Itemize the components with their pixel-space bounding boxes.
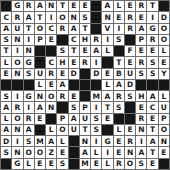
letter-cell-r9c7[interactable]: E xyxy=(69,91,79,101)
letter-cell-r8c6[interactable]: A xyxy=(57,80,67,90)
letter-cell-r12c5[interactable]: L xyxy=(46,125,56,135)
letter-cell-r2c12[interactable]: R xyxy=(125,12,135,22)
letter-cell-r15c9[interactable]: E xyxy=(91,159,101,169)
letter-cell-r5c13[interactable]: E xyxy=(136,46,146,56)
letter-cell-r15c12[interactable]: O xyxy=(125,159,135,169)
letter-cell-r12c1[interactable]: A xyxy=(1,125,11,135)
letter-cell-r3c11[interactable]: I xyxy=(114,24,124,34)
black-cell-r5c5 xyxy=(46,46,56,56)
letter-cell-r3c4[interactable]: O xyxy=(35,24,45,34)
letter-cell-r15c13[interactable]: S xyxy=(136,159,146,169)
letter-cell-r15c4[interactable]: E xyxy=(35,159,45,169)
letter-cell-r11c10[interactable]: E xyxy=(102,114,112,124)
black-cell-r12c10 xyxy=(102,125,112,135)
letter-cell-r10c1[interactable]: A xyxy=(1,102,11,112)
letter-cell-r14c15[interactable]: E xyxy=(159,147,169,157)
letter-cell-r5c7[interactable]: T xyxy=(69,46,79,56)
black-cell-r7c8 xyxy=(80,69,90,79)
letter-cell-r10c13[interactable]: E xyxy=(136,102,146,112)
letter-cell-r2c13[interactable]: E xyxy=(136,12,146,22)
letter-cell-r15c3[interactable]: L xyxy=(24,159,34,169)
letter-cell-r8c11[interactable]: A xyxy=(114,80,124,90)
letter-cell-r4c11[interactable]: S xyxy=(114,35,124,45)
black-cell-r11c12 xyxy=(125,114,135,124)
black-cell-r5c11 xyxy=(114,46,124,56)
letter-cell-r13c6[interactable]: L xyxy=(57,136,67,146)
letter-cell-r13c9[interactable]: I xyxy=(91,136,101,146)
letter-cell-r3c10[interactable]: V xyxy=(102,24,112,34)
black-cell-r4c6 xyxy=(57,35,67,45)
letter-cell-r11c7[interactable]: A xyxy=(69,114,79,124)
letter-cell-r10c8[interactable]: P xyxy=(80,102,90,112)
black-cell-r12c4 xyxy=(35,125,45,135)
letter-cell-r1c14[interactable]: T xyxy=(147,1,157,11)
letter-cell-r9c13[interactable]: H xyxy=(136,91,146,101)
letter-cell-r11c1[interactable]: L xyxy=(1,114,11,124)
letter-cell-r6c1[interactable]: L xyxy=(1,57,11,67)
letter-cell-r7c5[interactable]: R xyxy=(46,69,56,79)
letter-cell-r14c12[interactable]: N xyxy=(125,147,135,157)
black-cell-r6c4 xyxy=(35,57,45,67)
black-cell-r5c4 xyxy=(35,46,45,56)
letter-cell-r12c11[interactable]: L xyxy=(114,125,124,135)
letter-cell-r2c15[interactable]: D xyxy=(159,12,169,22)
letter-cell-r12c2[interactable]: N xyxy=(12,125,22,135)
letter-cell-r8c12[interactable]: D xyxy=(125,80,135,90)
letter-cell-r11c15[interactable]: P xyxy=(159,114,169,124)
letter-cell-r7c12[interactable]: U xyxy=(125,69,135,79)
letter-cell-r14c9[interactable]: L xyxy=(91,147,101,157)
letter-cell-r10c3[interactable]: I xyxy=(24,102,34,112)
letter-cell-r14c10[interactable]: I xyxy=(102,147,112,157)
black-cell-r8c7 xyxy=(69,80,79,90)
letter-cell-r14c5[interactable]: Z xyxy=(46,147,56,157)
letter-cell-r12c13[interactable]: N xyxy=(136,125,146,135)
letter-cell-r3c2[interactable]: U xyxy=(12,24,22,34)
letter-cell-r1c4[interactable]: A xyxy=(35,1,45,11)
black-cell-r13c7 xyxy=(69,136,79,146)
black-cell-r1c1 xyxy=(1,1,11,11)
letter-cell-r13c14[interactable]: A xyxy=(147,136,157,146)
letter-cell-r5c12[interactable]: F xyxy=(125,46,135,56)
letter-cell-r14c11[interactable]: E xyxy=(114,147,124,157)
letter-cell-r14c14[interactable]: T xyxy=(147,147,157,157)
letter-cell-r2c5[interactable]: I xyxy=(46,12,56,22)
letter-cell-r1c2[interactable]: G xyxy=(12,1,22,11)
letter-cell-r12c8[interactable]: T xyxy=(80,125,90,135)
letter-cell-r14c2[interactable]: N xyxy=(12,147,22,157)
letter-cell-r11c3[interactable]: R xyxy=(24,114,34,124)
letter-cell-r3c1[interactable]: A xyxy=(1,24,11,34)
letter-cell-r5c2[interactable]: I xyxy=(12,46,22,56)
letter-cell-r1c7[interactable]: E xyxy=(69,1,79,11)
letter-cell-r5c6[interactable]: S xyxy=(57,46,67,56)
letter-cell-r10c14[interactable]: C xyxy=(147,102,157,112)
letter-cell-r11c8[interactable]: U xyxy=(80,114,90,124)
crossword-board: GRANTEEALERTCRATIONSNEREIDAUTOCRATVIRAGO… xyxy=(0,0,170,170)
letter-cell-r4c3[interactable]: I xyxy=(24,35,34,45)
letter-cell-r13c3[interactable]: S xyxy=(24,136,34,146)
letter-cell-r4c5[interactable]: E xyxy=(46,35,56,45)
letter-cell-r14c6[interactable]: E xyxy=(57,147,67,157)
letter-cell-r13c1[interactable]: D xyxy=(1,136,11,146)
letter-cell-r10c5[interactable]: N xyxy=(46,102,56,112)
letter-cell-r2c6[interactable]: O xyxy=(57,12,67,22)
letter-cell-r2c2[interactable]: R xyxy=(12,12,22,22)
letter-cell-r6c11[interactable]: T xyxy=(114,57,124,67)
letter-cell-r15c5[interactable]: E xyxy=(46,159,56,169)
letter-cell-r13c11[interactable]: E xyxy=(114,136,124,146)
black-cell-r8c3 xyxy=(24,80,34,90)
black-cell-r8c14 xyxy=(147,80,157,90)
letter-cell-r3c8[interactable]: T xyxy=(80,24,90,34)
black-cell-r15c7 xyxy=(69,159,79,169)
letter-cell-r15c14[interactable]: E xyxy=(147,159,157,169)
letter-cell-r10c2[interactable]: R xyxy=(12,102,22,112)
black-cell-r15c1 xyxy=(1,159,11,169)
letter-cell-r2c8[interactable]: S xyxy=(80,12,90,22)
black-cell-r14c7 xyxy=(69,147,79,157)
letter-cell-r7c2[interactable]: N xyxy=(12,69,22,79)
letter-cell-r13c10[interactable]: G xyxy=(102,136,112,146)
letter-cell-r12c12[interactable]: E xyxy=(125,125,135,135)
letter-cell-r13c5[interactable]: A xyxy=(46,136,56,146)
black-cell-r8c9 xyxy=(91,80,101,90)
letter-cell-r4c2[interactable]: N xyxy=(12,35,22,45)
black-cell-r4c12 xyxy=(125,35,135,45)
letter-cell-r6c3[interactable]: G xyxy=(24,57,34,67)
letter-cell-r8c4[interactable]: L xyxy=(35,80,45,90)
letter-cell-r2c14[interactable]: I xyxy=(147,12,157,22)
black-cell-r10c6 xyxy=(57,102,67,112)
letter-cell-r7c4[interactable]: U xyxy=(35,69,45,79)
letter-cell-r13c12[interactable]: R xyxy=(125,136,135,146)
letter-cell-r10c9[interactable]: I xyxy=(91,102,101,112)
letter-cell-r2c7[interactable]: N xyxy=(69,12,79,22)
black-cell-r11c11 xyxy=(114,114,124,124)
letter-cell-r9c11[interactable]: R xyxy=(114,91,124,101)
letter-cell-r12c3[interactable]: A xyxy=(24,125,34,135)
black-cell-r6c10 xyxy=(102,57,112,67)
letter-cell-r13c8[interactable]: N xyxy=(80,136,90,146)
letter-cell-r7c15[interactable]: Y xyxy=(159,69,169,79)
letter-cell-r6c2[interactable]: O xyxy=(12,57,22,67)
black-cell-r8c15 xyxy=(159,80,169,90)
letter-cell-r5c15[interactable]: L xyxy=(159,46,169,56)
letter-cell-r6c7[interactable]: E xyxy=(69,57,79,67)
letter-cell-r3c12[interactable]: R xyxy=(125,24,135,34)
letter-cell-r12c6[interactable]: O xyxy=(57,125,67,135)
letter-cell-r9c9[interactable]: M xyxy=(91,91,101,101)
letter-cell-r3c5[interactable]: C xyxy=(46,24,56,34)
letter-cell-r13c15[interactable]: N xyxy=(159,136,169,146)
letter-cell-r9c14[interactable]: A xyxy=(147,91,157,101)
letter-cell-r5c3[interactable]: N xyxy=(24,46,34,56)
black-cell-r1c15 xyxy=(159,1,169,11)
letter-cell-r6c13[interactable]: R xyxy=(136,57,146,67)
letter-cell-r9c15[interactable]: L xyxy=(159,91,169,101)
black-cell-r8c8 xyxy=(80,80,90,90)
letter-cell-r15c2[interactable]: G xyxy=(12,159,22,169)
letter-cell-r14c1[interactable]: S xyxy=(1,147,11,157)
letter-cell-r11c13[interactable]: R xyxy=(136,114,146,124)
letter-cell-r2c4[interactable]: T xyxy=(35,12,45,22)
letter-cell-r6c15[interactable]: E xyxy=(159,57,169,67)
letter-cell-r12c15[interactable]: O xyxy=(159,125,169,135)
letter-cell-r13c4[interactable]: M xyxy=(35,136,45,146)
letter-cell-r9c1[interactable]: S xyxy=(1,91,11,101)
letter-cell-r10c11[interactable]: S xyxy=(114,102,124,112)
letter-cell-r15c8[interactable]: M xyxy=(80,159,90,169)
black-cell-r3c9 xyxy=(91,24,101,34)
letter-cell-r12c9[interactable]: S xyxy=(91,125,101,135)
letter-cell-r10c15[interactable]: U xyxy=(159,102,169,112)
black-cell-r2c9 xyxy=(91,12,101,22)
letter-cell-r1c8[interactable]: E xyxy=(80,1,90,11)
letter-cell-r1c10[interactable]: A xyxy=(102,1,112,11)
letter-cell-r7c9[interactable]: D xyxy=(91,69,101,79)
letter-cell-r6c8[interactable]: R xyxy=(80,57,90,67)
letter-cell-r14c13[interactable]: A xyxy=(136,147,146,157)
letter-cell-r13c2[interactable]: I xyxy=(12,136,22,146)
letter-cell-r9c3[interactable]: G xyxy=(24,91,34,101)
letter-cell-r9c5[interactable]: O xyxy=(46,91,56,101)
letter-cell-r4c10[interactable]: I xyxy=(102,35,112,45)
letter-cell-r14c3[interactable]: O xyxy=(24,147,34,157)
letter-cell-r10c7[interactable]: S xyxy=(69,102,79,112)
black-cell-r8c13 xyxy=(136,80,146,90)
letter-cell-r11c14[interactable]: E xyxy=(147,114,157,124)
letter-cell-r4c13[interactable]: P xyxy=(136,35,146,45)
letter-cell-r14c8[interactable]: A xyxy=(80,147,90,157)
letter-cell-r4c4[interactable]: P xyxy=(35,35,45,45)
letter-cell-r3c14[interactable]: G xyxy=(147,24,157,34)
letter-cell-r9c2[interactable]: I xyxy=(12,91,22,101)
letter-cell-r11c2[interactable]: O xyxy=(12,114,22,124)
letter-cell-r1c13[interactable]: R xyxy=(136,1,146,11)
letter-cell-r10c10[interactable]: T xyxy=(102,102,112,112)
black-cell-r15c15 xyxy=(159,159,169,169)
letter-cell-r7c7[interactable]: D xyxy=(69,69,79,79)
letter-cell-r15c11[interactable]: R xyxy=(114,159,124,169)
letter-cell-r13c13[interactable]: I xyxy=(136,136,146,146)
letter-cell-r9c12[interactable]: S xyxy=(125,91,135,101)
letter-cell-r3c3[interactable]: T xyxy=(24,24,34,34)
letter-cell-r4c14[interactable]: R xyxy=(147,35,157,45)
letter-cell-r2c1[interactable]: C xyxy=(1,12,11,22)
black-cell-r8c2 xyxy=(12,80,22,90)
letter-cell-r1c6[interactable]: T xyxy=(57,1,67,11)
letter-cell-r12c14[interactable]: T xyxy=(147,125,157,135)
letter-cell-r9c6[interactable]: R xyxy=(57,91,67,101)
letter-cell-r1c12[interactable]: E xyxy=(125,1,135,11)
letter-cell-r15c6[interactable]: S xyxy=(57,159,67,169)
black-cell-r9c8 xyxy=(80,91,90,101)
black-cell-r1c9 xyxy=(91,1,101,11)
letter-cell-r4c15[interactable]: O xyxy=(159,35,169,45)
letter-cell-r7c1[interactable]: E xyxy=(1,69,11,79)
letter-cell-r6c6[interactable]: H xyxy=(57,57,67,67)
letter-cell-r7c3[interactable]: S xyxy=(24,69,34,79)
letter-cell-r11c9[interactable]: S xyxy=(91,114,101,124)
letter-cell-r7c13[interactable]: S xyxy=(136,69,146,79)
letter-cell-r10c4[interactable]: A xyxy=(35,102,45,112)
letter-cell-r2c3[interactable]: A xyxy=(24,12,34,22)
letter-cell-r6c5[interactable]: C xyxy=(46,57,56,67)
letter-cell-r11c6[interactable]: P xyxy=(57,114,67,124)
letter-cell-r11c4[interactable]: E xyxy=(35,114,45,124)
letter-cell-r1c3[interactable]: R xyxy=(24,1,34,11)
letter-cell-r4c9[interactable]: R xyxy=(91,35,101,45)
letter-cell-r2c10[interactable]: N xyxy=(102,12,112,22)
letter-cell-r3c7[interactable]: A xyxy=(69,24,79,34)
letter-cell-r4c1[interactable]: S xyxy=(1,35,11,45)
letter-cell-r9c10[interactable]: A xyxy=(102,91,112,101)
letter-cell-r4c8[interactable]: H xyxy=(80,35,90,45)
letter-cell-r8c5[interactable]: E xyxy=(46,80,56,90)
letter-cell-r7c11[interactable]: B xyxy=(114,69,124,79)
letter-cell-r1c5[interactable]: N xyxy=(46,1,56,11)
black-cell-r8c1 xyxy=(1,80,11,90)
letter-cell-r6c14[interactable]: S xyxy=(147,57,157,67)
black-cell-r11c5 xyxy=(46,114,56,124)
letter-cell-r2c11[interactable]: E xyxy=(114,12,124,22)
letter-cell-r7c10[interactable]: E xyxy=(102,69,112,79)
letter-cell-r8c10[interactable]: L xyxy=(102,80,112,90)
letter-cell-r3c6[interactable]: R xyxy=(57,24,67,34)
black-cell-r10c12 xyxy=(125,102,135,112)
letter-cell-r12c7[interactable]: U xyxy=(69,125,79,135)
letter-cell-r14c4[interactable]: O xyxy=(35,147,45,157)
letter-cell-r6c9[interactable]: I xyxy=(91,57,101,67)
letter-cell-r4c7[interactable]: C xyxy=(69,35,79,45)
letter-cell-r7c14[interactable]: S xyxy=(147,69,157,79)
letter-cell-r5c1[interactable]: T xyxy=(1,46,11,56)
letter-cell-r6c12[interactable]: E xyxy=(125,57,135,67)
letter-cell-r5c8[interactable]: E xyxy=(80,46,90,56)
letter-cell-r5c9[interactable]: A xyxy=(91,46,101,56)
letter-cell-r5c14[interactable]: E xyxy=(147,46,157,56)
letter-cell-r3c15[interactable]: O xyxy=(159,24,169,34)
letter-cell-r5c10[interactable]: L xyxy=(102,46,112,56)
letter-cell-r1c11[interactable]: L xyxy=(114,1,124,11)
letter-cell-r9c4[interactable]: N xyxy=(35,91,45,101)
letter-cell-r15c10[interactable]: L xyxy=(102,159,112,169)
letter-cell-r7c6[interactable]: E xyxy=(57,69,67,79)
letter-cell-r3c13[interactable]: A xyxy=(136,24,146,34)
